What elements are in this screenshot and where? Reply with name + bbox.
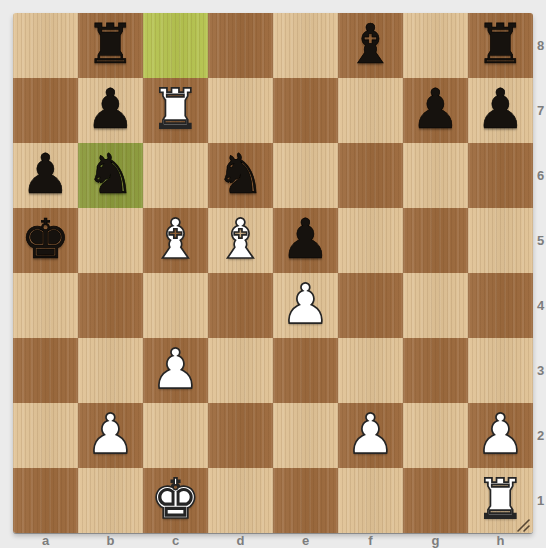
file-label-c: c	[143, 533, 208, 548]
square-d6[interactable]: ♞	[208, 143, 273, 208]
square-g8[interactable]	[403, 13, 468, 78]
square-c2[interactable]	[143, 403, 208, 468]
rank-labels: 87654321	[535, 13, 546, 533]
square-b3[interactable]	[78, 338, 143, 403]
square-a5[interactable]: ♚	[13, 208, 78, 273]
square-b5[interactable]	[78, 208, 143, 273]
black-pawn[interactable]: ♟	[281, 212, 330, 267]
square-h4[interactable]	[468, 273, 533, 338]
white-bishop[interactable]: ♝	[151, 212, 200, 267]
file-label-b: b	[78, 533, 143, 548]
black-pawn[interactable]: ♟	[476, 82, 525, 137]
square-g1[interactable]	[403, 468, 468, 533]
square-d2[interactable]	[208, 403, 273, 468]
white-rook[interactable]: ♜	[151, 82, 200, 137]
rank-label-1: 1	[535, 468, 546, 533]
square-f1[interactable]	[338, 468, 403, 533]
white-pawn[interactable]: ♟	[476, 407, 525, 462]
file-label-g: g	[403, 533, 468, 548]
rank-label-7: 7	[535, 78, 546, 143]
square-c1[interactable]: ♚	[143, 468, 208, 533]
square-g3[interactable]	[403, 338, 468, 403]
white-pawn[interactable]: ♟	[151, 342, 200, 397]
white-king[interactable]: ♚	[151, 472, 200, 527]
white-bishop[interactable]: ♝	[216, 212, 265, 267]
square-e5[interactable]: ♟	[273, 208, 338, 273]
file-label-e: e	[273, 533, 338, 548]
square-a1[interactable]	[13, 468, 78, 533]
square-g2[interactable]	[403, 403, 468, 468]
square-h5[interactable]	[468, 208, 533, 273]
square-d3[interactable]	[208, 338, 273, 403]
rank-label-3: 3	[535, 338, 546, 403]
white-pawn[interactable]: ♟	[346, 407, 395, 462]
square-f6[interactable]	[338, 143, 403, 208]
square-e7[interactable]	[273, 78, 338, 143]
file-label-f: f	[338, 533, 403, 548]
rank-label-4: 4	[535, 273, 546, 338]
file-label-d: d	[208, 533, 273, 548]
square-c7[interactable]: ♜	[143, 78, 208, 143]
square-e3[interactable]	[273, 338, 338, 403]
square-f3[interactable]	[338, 338, 403, 403]
square-g4[interactable]	[403, 273, 468, 338]
square-c4[interactable]	[143, 273, 208, 338]
square-f8[interactable]: ♝	[338, 13, 403, 78]
square-e4[interactable]: ♟	[273, 273, 338, 338]
square-a6[interactable]: ♟	[13, 143, 78, 208]
square-e1[interactable]	[273, 468, 338, 533]
square-b6[interactable]: ♞	[78, 143, 143, 208]
square-c3[interactable]: ♟	[143, 338, 208, 403]
square-d5[interactable]: ♝	[208, 208, 273, 273]
file-label-a: a	[13, 533, 78, 548]
black-pawn[interactable]: ♟	[411, 82, 460, 137]
square-d7[interactable]	[208, 78, 273, 143]
file-label-h: h	[468, 533, 533, 548]
square-g7[interactable]: ♟	[403, 78, 468, 143]
square-a2[interactable]	[13, 403, 78, 468]
square-h2[interactable]: ♟	[468, 403, 533, 468]
black-knight[interactable]: ♞	[216, 147, 265, 202]
square-h8[interactable]: ♜	[468, 13, 533, 78]
square-h6[interactable]	[468, 143, 533, 208]
black-rook[interactable]: ♜	[476, 17, 525, 72]
square-h7[interactable]: ♟	[468, 78, 533, 143]
square-b1[interactable]	[78, 468, 143, 533]
white-pawn[interactable]: ♟	[281, 277, 330, 332]
white-pawn[interactable]: ♟	[86, 407, 135, 462]
rank-label-2: 2	[535, 403, 546, 468]
square-b8[interactable]: ♜	[78, 13, 143, 78]
board-area: ♜♝♜♟♜♟♟♟♞♞♚♝♝♟♟♟♟♟♟♚♜ abcdefgh 87654321	[0, 0, 546, 548]
square-b4[interactable]	[78, 273, 143, 338]
square-a4[interactable]	[13, 273, 78, 338]
square-d8[interactable]	[208, 13, 273, 78]
square-d1[interactable]	[208, 468, 273, 533]
board-resize-handle[interactable]	[515, 517, 531, 533]
rank-label-6: 6	[535, 143, 546, 208]
square-a7[interactable]	[13, 78, 78, 143]
square-g5[interactable]	[403, 208, 468, 273]
square-c6[interactable]	[143, 143, 208, 208]
square-f2[interactable]: ♟	[338, 403, 403, 468]
square-g6[interactable]	[403, 143, 468, 208]
black-king[interactable]: ♚	[21, 212, 70, 267]
black-pawn[interactable]: ♟	[21, 147, 70, 202]
square-a8[interactable]	[13, 13, 78, 78]
square-b2[interactable]: ♟	[78, 403, 143, 468]
square-f4[interactable]	[338, 273, 403, 338]
rank-label-5: 5	[535, 208, 546, 273]
square-c8[interactable]	[143, 13, 208, 78]
black-rook[interactable]: ♜	[86, 17, 135, 72]
square-f5[interactable]	[338, 208, 403, 273]
square-e2[interactable]	[273, 403, 338, 468]
square-f7[interactable]	[338, 78, 403, 143]
file-labels: abcdefgh	[13, 533, 533, 548]
black-bishop[interactable]: ♝	[346, 17, 395, 72]
chess-board: ♜♝♜♟♜♟♟♟♞♞♚♝♝♟♟♟♟♟♟♚♜	[13, 13, 533, 533]
black-knight[interactable]: ♞	[86, 147, 135, 202]
square-c5[interactable]: ♝	[143, 208, 208, 273]
square-e8[interactable]	[273, 13, 338, 78]
square-a3[interactable]	[13, 338, 78, 403]
square-h3[interactable]	[468, 338, 533, 403]
black-pawn[interactable]: ♟	[86, 82, 135, 137]
rank-label-8: 8	[535, 13, 546, 78]
square-d4[interactable]	[208, 273, 273, 338]
square-e6[interactable]	[273, 143, 338, 208]
square-b7[interactable]: ♟	[78, 78, 143, 143]
